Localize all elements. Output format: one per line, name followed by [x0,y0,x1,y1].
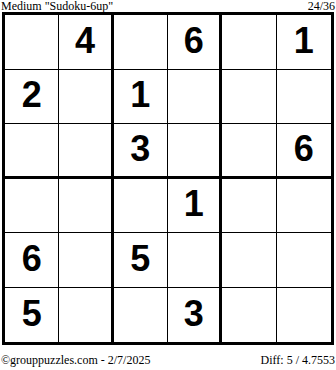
copyright-text: ©grouppuzzles.com - 2/7/2025 [1,354,150,367]
cell-r5c6[interactable] [277,233,331,288]
cell-r6c6[interactable] [277,288,331,343]
cell-r1c6[interactable]: 1 [277,15,331,70]
given-digit: 1 [294,23,314,59]
cell-r3c1[interactable] [5,124,59,179]
cell-r1c4[interactable]: 6 [168,15,222,70]
cell-r3c5[interactable] [222,124,276,179]
cell-r4c3[interactable] [114,179,168,234]
cell-r2c6[interactable] [277,70,331,125]
cell-r2c5[interactable] [222,70,276,125]
cell-r3c4[interactable] [168,124,222,179]
given-digit: 6 [22,241,42,277]
footer: ©grouppuzzles.com - 2/7/2025 Diff: 5 / 4… [0,354,336,367]
cell-r3c6[interactable]: 6 [277,124,331,179]
cell-r1c3[interactable] [114,15,168,70]
cell-r3c3[interactable]: 3 [114,124,168,179]
given-digit: 5 [130,241,150,277]
puzzle-counter: 24/36 [308,0,335,12]
cell-r2c1[interactable]: 2 [5,70,59,125]
cell-r4c2[interactable] [59,179,113,234]
given-digit: 3 [184,296,204,332]
cell-r5c4[interactable] [168,233,222,288]
cell-r6c2[interactable] [59,288,113,343]
cell-r6c3[interactable] [114,288,168,343]
cell-r6c4[interactable]: 3 [168,288,222,343]
given-digit: 3 [130,131,150,167]
given-digit: 4 [75,23,95,59]
given-digit: 6 [184,23,204,59]
cell-r5c3[interactable]: 5 [114,233,168,288]
given-digit: 1 [184,186,204,222]
cell-r3c2[interactable] [59,124,113,179]
sudoku-board: 461213616553 [2,12,334,345]
cell-r1c2[interactable]: 4 [59,15,113,70]
cell-r5c1[interactable]: 6 [5,233,59,288]
difficulty-text: Diff: 5 / 4.7553 [261,354,335,367]
cell-r2c4[interactable] [168,70,222,125]
given-digit: 6 [294,131,314,167]
cell-r2c3[interactable]: 1 [114,70,168,125]
cell-r4c6[interactable] [277,179,331,234]
cell-r6c1[interactable]: 5 [5,288,59,343]
cell-r1c5[interactable] [222,15,276,70]
puzzle-title: Medium "Sudoku-6up" [1,0,113,12]
given-digit: 1 [130,77,150,113]
cell-r4c1[interactable] [5,179,59,234]
given-digit: 5 [22,296,42,332]
cell-r5c5[interactable] [222,233,276,288]
cell-r6c5[interactable] [222,288,276,343]
cell-r4c5[interactable] [222,179,276,234]
cell-r2c2[interactable] [59,70,113,125]
header: Medium "Sudoku-6up" 24/36 [0,0,336,12]
puzzle-page: Medium "Sudoku-6up" 24/36 461213616553 ©… [0,0,336,370]
cell-r5c2[interactable] [59,233,113,288]
cell-r4c4[interactable]: 1 [168,179,222,234]
given-digit: 2 [22,77,42,113]
cell-r1c1[interactable] [5,15,59,70]
